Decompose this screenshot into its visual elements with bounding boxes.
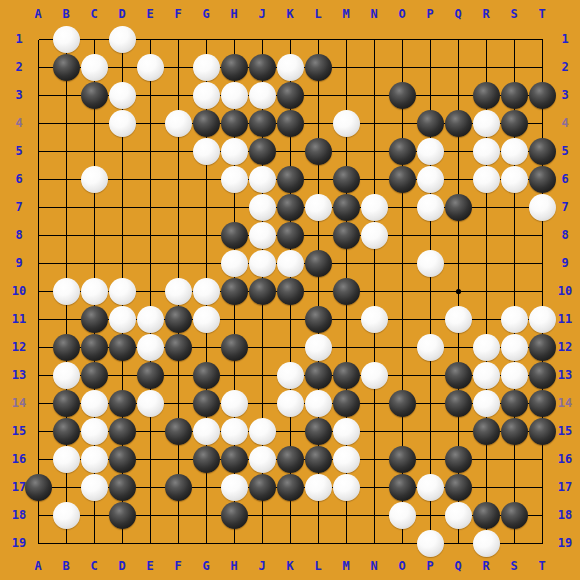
cell-C12[interactable] [80, 333, 108, 361]
cell-G8[interactable] [192, 221, 220, 249]
cell-K2[interactable] [276, 53, 304, 81]
cell-C19[interactable] [80, 529, 108, 557]
cell-H11[interactable] [220, 305, 248, 333]
cell-Q5[interactable] [444, 137, 472, 165]
cell-E10[interactable] [136, 277, 164, 305]
cell-S15[interactable] [500, 417, 528, 445]
cell-D17[interactable] [108, 473, 136, 501]
cell-L5[interactable] [304, 137, 332, 165]
cell-L12[interactable] [304, 333, 332, 361]
cell-J7[interactable] [248, 193, 276, 221]
cell-M18[interactable] [332, 501, 360, 529]
cell-S9[interactable] [500, 249, 528, 277]
cell-J17[interactable] [248, 473, 276, 501]
cell-S6[interactable] [500, 165, 528, 193]
cell-F12[interactable] [164, 333, 192, 361]
cell-L14[interactable] [304, 389, 332, 417]
cell-Q7[interactable] [444, 193, 472, 221]
cell-P5[interactable] [416, 137, 444, 165]
cell-S16[interactable] [500, 445, 528, 473]
cell-B15[interactable] [52, 417, 80, 445]
cell-B4[interactable] [52, 109, 80, 137]
cell-J5[interactable] [248, 137, 276, 165]
cell-K5[interactable] [276, 137, 304, 165]
cell-H3[interactable] [220, 81, 248, 109]
cell-C14[interactable] [80, 389, 108, 417]
cell-L19[interactable] [304, 529, 332, 557]
cell-R17[interactable] [472, 473, 500, 501]
cell-Q15[interactable] [444, 417, 472, 445]
cell-N11[interactable] [360, 305, 388, 333]
cell-L2[interactable] [304, 53, 332, 81]
cell-O12[interactable] [388, 333, 416, 361]
cell-R8[interactable] [472, 221, 500, 249]
cell-G1[interactable] [192, 25, 220, 53]
cell-O7[interactable] [388, 193, 416, 221]
cell-M13[interactable] [332, 361, 360, 389]
cell-Q9[interactable] [444, 249, 472, 277]
cell-B18[interactable] [52, 501, 80, 529]
cell-C2[interactable] [80, 53, 108, 81]
cell-L15[interactable] [304, 417, 332, 445]
cell-H15[interactable] [220, 417, 248, 445]
cell-E16[interactable] [136, 445, 164, 473]
cell-O17[interactable] [388, 473, 416, 501]
cell-Q11[interactable] [444, 305, 472, 333]
cell-R4[interactable] [472, 109, 500, 137]
cell-D18[interactable] [108, 501, 136, 529]
cell-F3[interactable] [164, 81, 192, 109]
cell-K4[interactable] [276, 109, 304, 137]
cell-E18[interactable] [136, 501, 164, 529]
cell-C8[interactable] [80, 221, 108, 249]
cell-N10[interactable] [360, 277, 388, 305]
cell-B1[interactable] [52, 25, 80, 53]
cell-E19[interactable] [136, 529, 164, 557]
cell-D7[interactable] [108, 193, 136, 221]
cell-D9[interactable] [108, 249, 136, 277]
cell-H2[interactable] [220, 53, 248, 81]
cell-F10[interactable] [164, 277, 192, 305]
cell-G13[interactable] [192, 361, 220, 389]
cell-O9[interactable] [388, 249, 416, 277]
cell-N16[interactable] [360, 445, 388, 473]
cell-N4[interactable] [360, 109, 388, 137]
cell-E8[interactable] [136, 221, 164, 249]
cell-O16[interactable] [388, 445, 416, 473]
cell-O19[interactable] [388, 529, 416, 557]
cell-Q8[interactable] [444, 221, 472, 249]
cell-B12[interactable] [52, 333, 80, 361]
cell-Q16[interactable] [444, 445, 472, 473]
cell-R5[interactable] [472, 137, 500, 165]
cell-S12[interactable] [500, 333, 528, 361]
cell-R10[interactable] [472, 277, 500, 305]
cell-F4[interactable] [164, 109, 192, 137]
cell-E1[interactable] [136, 25, 164, 53]
cell-C7[interactable] [80, 193, 108, 221]
cell-N18[interactable] [360, 501, 388, 529]
cell-M15[interactable] [332, 417, 360, 445]
cell-O14[interactable] [388, 389, 416, 417]
cell-B8[interactable] [52, 221, 80, 249]
cell-J9[interactable] [248, 249, 276, 277]
cell-J16[interactable] [248, 445, 276, 473]
cell-L13[interactable] [304, 361, 332, 389]
cell-H18[interactable] [220, 501, 248, 529]
cell-S10[interactable] [500, 277, 528, 305]
cell-C16[interactable] [80, 445, 108, 473]
cell-P13[interactable] [416, 361, 444, 389]
cell-D12[interactable] [108, 333, 136, 361]
cell-S4[interactable] [500, 109, 528, 137]
cell-O1[interactable] [388, 25, 416, 53]
cell-F14[interactable] [164, 389, 192, 417]
cell-P10[interactable] [416, 277, 444, 305]
cell-R6[interactable] [472, 165, 500, 193]
cell-Q19[interactable] [444, 529, 472, 557]
cell-S17[interactable] [500, 473, 528, 501]
cell-D8[interactable] [108, 221, 136, 249]
cell-J18[interactable] [248, 501, 276, 529]
cell-H16[interactable] [220, 445, 248, 473]
cell-R12[interactable] [472, 333, 500, 361]
cell-D6[interactable] [108, 165, 136, 193]
cell-O3[interactable] [388, 81, 416, 109]
cell-Q18[interactable] [444, 501, 472, 529]
cell-C10[interactable] [80, 277, 108, 305]
cell-F13[interactable] [164, 361, 192, 389]
cell-Q10[interactable] [444, 277, 472, 305]
cell-R19[interactable] [472, 529, 500, 557]
cell-P19[interactable] [416, 529, 444, 557]
cell-H9[interactable] [220, 249, 248, 277]
cell-K1[interactable] [276, 25, 304, 53]
cell-E2[interactable] [136, 53, 164, 81]
cell-M14[interactable] [332, 389, 360, 417]
cell-K7[interactable] [276, 193, 304, 221]
cell-C3[interactable] [80, 81, 108, 109]
cell-N1[interactable] [360, 25, 388, 53]
cell-B6[interactable] [52, 165, 80, 193]
cell-C6[interactable] [80, 165, 108, 193]
cell-L1[interactable] [304, 25, 332, 53]
cell-F17[interactable] [164, 473, 192, 501]
cell-B11[interactable] [52, 305, 80, 333]
cell-P4[interactable] [416, 109, 444, 137]
cell-G17[interactable] [192, 473, 220, 501]
cell-D19[interactable] [108, 529, 136, 557]
cell-P2[interactable] [416, 53, 444, 81]
cell-B9[interactable] [52, 249, 80, 277]
cell-D16[interactable] [108, 445, 136, 473]
cell-D10[interactable] [108, 277, 136, 305]
cell-Q12[interactable] [444, 333, 472, 361]
cell-H8[interactable] [220, 221, 248, 249]
cell-K19[interactable] [276, 529, 304, 557]
cell-D2[interactable] [108, 53, 136, 81]
cell-L11[interactable] [304, 305, 332, 333]
cell-R15[interactable] [472, 417, 500, 445]
cell-D1[interactable] [108, 25, 136, 53]
cell-N3[interactable] [360, 81, 388, 109]
cell-R14[interactable] [472, 389, 500, 417]
cell-G10[interactable] [192, 277, 220, 305]
cell-G15[interactable] [192, 417, 220, 445]
cell-M16[interactable] [332, 445, 360, 473]
cell-M10[interactable] [332, 277, 360, 305]
cell-L18[interactable] [304, 501, 332, 529]
cell-M12[interactable] [332, 333, 360, 361]
cell-C13[interactable] [80, 361, 108, 389]
cell-G5[interactable] [192, 137, 220, 165]
cell-R16[interactable] [472, 445, 500, 473]
cell-H14[interactable] [220, 389, 248, 417]
cell-L3[interactable] [304, 81, 332, 109]
cell-G7[interactable] [192, 193, 220, 221]
cell-G3[interactable] [192, 81, 220, 109]
cell-H10[interactable] [220, 277, 248, 305]
cell-J8[interactable] [248, 221, 276, 249]
cell-Q2[interactable] [444, 53, 472, 81]
cell-D13[interactable] [108, 361, 136, 389]
cell-N13[interactable] [360, 361, 388, 389]
cell-E15[interactable] [136, 417, 164, 445]
cell-R11[interactable] [472, 305, 500, 333]
cell-H19[interactable] [220, 529, 248, 557]
cell-R2[interactable] [472, 53, 500, 81]
cell-K8[interactable] [276, 221, 304, 249]
cell-H5[interactable] [220, 137, 248, 165]
cell-H17[interactable] [220, 473, 248, 501]
cell-S1[interactable] [500, 25, 528, 53]
cell-J2[interactable] [248, 53, 276, 81]
cell-F8[interactable] [164, 221, 192, 249]
cell-H12[interactable] [220, 333, 248, 361]
cell-E7[interactable] [136, 193, 164, 221]
cell-E4[interactable] [136, 109, 164, 137]
cell-N7[interactable] [360, 193, 388, 221]
cell-E17[interactable] [136, 473, 164, 501]
cell-S11[interactable] [500, 305, 528, 333]
cell-B3[interactable] [52, 81, 80, 109]
cell-F9[interactable] [164, 249, 192, 277]
cell-P11[interactable] [416, 305, 444, 333]
cell-B5[interactable] [52, 137, 80, 165]
cell-G12[interactable] [192, 333, 220, 361]
cell-C5[interactable] [80, 137, 108, 165]
cell-G14[interactable] [192, 389, 220, 417]
cell-L10[interactable] [304, 277, 332, 305]
cell-M17[interactable] [332, 473, 360, 501]
cell-E6[interactable] [136, 165, 164, 193]
cell-B10[interactable] [52, 277, 80, 305]
cell-G6[interactable] [192, 165, 220, 193]
cell-P9[interactable] [416, 249, 444, 277]
cell-S3[interactable] [500, 81, 528, 109]
cell-B16[interactable] [52, 445, 80, 473]
cell-K3[interactable] [276, 81, 304, 109]
cell-L6[interactable] [304, 165, 332, 193]
cell-R9[interactable] [472, 249, 500, 277]
cell-O6[interactable] [388, 165, 416, 193]
cell-S8[interactable] [500, 221, 528, 249]
cell-S2[interactable] [500, 53, 528, 81]
cell-P6[interactable] [416, 165, 444, 193]
cell-O11[interactable] [388, 305, 416, 333]
cell-K12[interactable] [276, 333, 304, 361]
cell-K9[interactable] [276, 249, 304, 277]
cell-D15[interactable] [108, 417, 136, 445]
cell-M19[interactable] [332, 529, 360, 557]
cell-J14[interactable] [248, 389, 276, 417]
cell-G19[interactable] [192, 529, 220, 557]
cell-K11[interactable] [276, 305, 304, 333]
cell-J4[interactable] [248, 109, 276, 137]
cell-C11[interactable] [80, 305, 108, 333]
cell-H7[interactable] [220, 193, 248, 221]
cell-M6[interactable] [332, 165, 360, 193]
cell-J10[interactable] [248, 277, 276, 305]
cell-P16[interactable] [416, 445, 444, 473]
cell-J15[interactable] [248, 417, 276, 445]
cell-C9[interactable] [80, 249, 108, 277]
cell-K14[interactable] [276, 389, 304, 417]
cell-P12[interactable] [416, 333, 444, 361]
cell-M2[interactable] [332, 53, 360, 81]
cell-P1[interactable] [416, 25, 444, 53]
cell-S19[interactable] [500, 529, 528, 557]
cell-M5[interactable] [332, 137, 360, 165]
cell-R18[interactable] [472, 501, 500, 529]
cell-B2[interactable] [52, 53, 80, 81]
cell-Q6[interactable] [444, 165, 472, 193]
cell-L8[interactable] [304, 221, 332, 249]
cell-J6[interactable] [248, 165, 276, 193]
cell-F16[interactable] [164, 445, 192, 473]
cell-B19[interactable] [52, 529, 80, 557]
cell-L17[interactable] [304, 473, 332, 501]
cell-R13[interactable] [472, 361, 500, 389]
cell-L7[interactable] [304, 193, 332, 221]
cell-K16[interactable] [276, 445, 304, 473]
cell-M4[interactable] [332, 109, 360, 137]
cell-F5[interactable] [164, 137, 192, 165]
cell-H6[interactable] [220, 165, 248, 193]
cell-N15[interactable] [360, 417, 388, 445]
cell-S14[interactable] [500, 389, 528, 417]
cell-E13[interactable] [136, 361, 164, 389]
cell-B17[interactable] [52, 473, 80, 501]
cell-K13[interactable] [276, 361, 304, 389]
cell-E14[interactable] [136, 389, 164, 417]
cell-J12[interactable] [248, 333, 276, 361]
cell-D3[interactable] [108, 81, 136, 109]
cell-C17[interactable] [80, 473, 108, 501]
cell-E11[interactable] [136, 305, 164, 333]
cell-F7[interactable] [164, 193, 192, 221]
cell-Q17[interactable] [444, 473, 472, 501]
cell-P7[interactable] [416, 193, 444, 221]
cell-N6[interactable] [360, 165, 388, 193]
cell-Q14[interactable] [444, 389, 472, 417]
cell-D14[interactable] [108, 389, 136, 417]
cell-B13[interactable] [52, 361, 80, 389]
cell-F2[interactable] [164, 53, 192, 81]
cell-N12[interactable] [360, 333, 388, 361]
cell-J1[interactable] [248, 25, 276, 53]
cell-M1[interactable] [332, 25, 360, 53]
cell-N17[interactable] [360, 473, 388, 501]
cell-K17[interactable] [276, 473, 304, 501]
cell-H1[interactable] [220, 25, 248, 53]
cell-O10[interactable] [388, 277, 416, 305]
cell-D5[interactable] [108, 137, 136, 165]
cell-Q4[interactable] [444, 109, 472, 137]
cell-L4[interactable] [304, 109, 332, 137]
cell-O18[interactable] [388, 501, 416, 529]
cell-O13[interactable] [388, 361, 416, 389]
cell-G2[interactable] [192, 53, 220, 81]
cell-Q13[interactable] [444, 361, 472, 389]
cell-H13[interactable] [220, 361, 248, 389]
cell-B14[interactable] [52, 389, 80, 417]
cell-C4[interactable] [80, 109, 108, 137]
cell-L9[interactable] [304, 249, 332, 277]
cell-G4[interactable] [192, 109, 220, 137]
cell-J19[interactable] [248, 529, 276, 557]
cell-F18[interactable] [164, 501, 192, 529]
cell-K10[interactable] [276, 277, 304, 305]
cell-C1[interactable] [80, 25, 108, 53]
cell-F19[interactable] [164, 529, 192, 557]
cell-E3[interactable] [136, 81, 164, 109]
cell-N8[interactable] [360, 221, 388, 249]
cell-F6[interactable] [164, 165, 192, 193]
cell-P3[interactable] [416, 81, 444, 109]
cell-N19[interactable] [360, 529, 388, 557]
cell-N5[interactable] [360, 137, 388, 165]
cell-G9[interactable] [192, 249, 220, 277]
cell-G11[interactable] [192, 305, 220, 333]
cell-N2[interactable] [360, 53, 388, 81]
cell-S7[interactable] [500, 193, 528, 221]
cell-K15[interactable] [276, 417, 304, 445]
cell-M7[interactable] [332, 193, 360, 221]
cell-N9[interactable] [360, 249, 388, 277]
cell-E5[interactable] [136, 137, 164, 165]
cell-O15[interactable] [388, 417, 416, 445]
cell-P15[interactable] [416, 417, 444, 445]
cell-O8[interactable] [388, 221, 416, 249]
cell-P18[interactable] [416, 501, 444, 529]
cell-F1[interactable] [164, 25, 192, 53]
cell-O2[interactable] [388, 53, 416, 81]
cell-C15[interactable] [80, 417, 108, 445]
cell-G18[interactable] [192, 501, 220, 529]
cell-P17[interactable] [416, 473, 444, 501]
cell-M3[interactable] [332, 81, 360, 109]
cell-H4[interactable] [220, 109, 248, 137]
cell-E9[interactable] [136, 249, 164, 277]
cell-R7[interactable] [472, 193, 500, 221]
cell-O5[interactable] [388, 137, 416, 165]
cell-E12[interactable] [136, 333, 164, 361]
cell-C18[interactable] [80, 501, 108, 529]
cell-F11[interactable] [164, 305, 192, 333]
cell-K6[interactable] [276, 165, 304, 193]
cell-S13[interactable] [500, 361, 528, 389]
